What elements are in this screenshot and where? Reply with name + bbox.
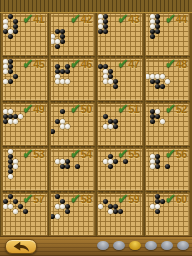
puzzle-tile-45[interactable]: ✔45 [2,58,48,101]
stone-white [98,24,103,29]
checkmark-icon: ✔ [23,58,34,71]
puzzle-number: 54 [81,148,92,160]
puzzle-number: 45 [33,58,44,70]
checkmark-icon: ✔ [23,193,34,206]
checkmark-icon: ✔ [23,13,34,26]
stone-black [23,209,28,214]
stone-black [60,29,65,34]
stone-black [55,64,60,69]
puzzle-number: 57 [33,193,44,205]
stone-white [8,29,13,34]
stone-white [108,159,113,164]
checkmark-icon: ✔ [23,103,34,116]
stone-black [3,29,8,34]
stone-white [98,204,103,209]
back-arrow-icon [12,241,30,252]
stone-white [108,209,113,214]
stone-black [108,204,113,209]
stone-white [98,14,103,19]
puzzle-number: 42 [81,13,92,25]
stone-black [8,194,13,199]
stone-black [3,199,8,204]
stone-white [160,119,165,124]
puzzle-number: 51 [128,103,139,115]
stone-white [65,124,70,129]
checkmark-icon: ✔ [165,193,176,206]
stone-black [155,19,160,24]
stone-white [13,119,18,124]
stone-black [160,84,165,89]
checkmark-icon: ✔ [70,58,81,71]
puzzle-number: 47 [128,58,139,70]
stone-black [113,79,118,84]
stone-white [3,19,8,24]
stone-white [13,209,18,214]
checkmark-icon: ✔ [165,103,176,116]
stone-black [3,114,8,119]
puzzle-tile-51[interactable]: ✔51 [97,103,143,146]
stone-black [108,69,113,74]
stone-black [155,14,160,19]
stone-black [155,154,160,159]
stone-white [3,69,8,74]
stone-black [3,119,8,124]
puzzle-number: 48 [176,58,187,70]
stone-white [150,154,155,159]
checkmark-icon: ✔ [165,58,176,71]
stone-white [60,119,65,124]
stone-black [98,29,103,34]
page-dot-3[interactable] [129,241,141,250]
stone-white [150,159,155,164]
stone-white [3,64,8,69]
puzzle-tile-54[interactable]: ✔54 [50,148,96,191]
stone-white [50,34,55,39]
page-dot-6[interactable] [177,241,189,250]
stone-black [8,69,13,74]
stone-black [13,24,18,29]
stone-white [3,79,8,84]
puzzle-tile-58[interactable]: ✔58 [50,193,96,236]
stone-black [8,34,13,39]
stone-black [55,194,60,199]
checkmark-icon: ✔ [118,148,129,161]
stone-black [108,164,113,169]
stone-black [113,84,118,89]
stone-white [8,119,13,124]
stone-white [3,204,8,209]
puzzle-number: 56 [176,148,187,160]
stone-white [103,69,108,74]
stone-black [103,114,108,119]
stone-white [98,19,103,24]
stone-black [150,34,155,39]
stone-black [60,109,65,114]
stone-black [165,164,170,169]
checkmark-icon: ✔ [70,148,81,161]
stone-black [8,164,13,169]
stone-black [155,164,160,169]
stone-black [155,114,160,119]
puzzle-tile-56[interactable]: ✔56 [145,148,191,191]
page-dot-5[interactable] [161,241,173,250]
stone-black [118,209,123,214]
stone-white [13,159,18,164]
puzzle-number: 43 [128,13,139,25]
stone-black [113,124,118,129]
puzzle-tile-53[interactable]: ✔53 [2,148,48,191]
stone-black [8,159,13,164]
stone-black [113,119,118,124]
stone-black [150,119,155,124]
stone-white [103,74,108,79]
puzzle-tile-46[interactable]: ✔46 [50,58,96,101]
stone-black [103,24,108,29]
stone-black [8,169,13,174]
puzzle-tile-43[interactable]: ✔43 [97,13,143,56]
checkmark-icon: ✔ [70,193,81,206]
stone-white [103,124,108,129]
puzzle-tile-59[interactable]: ✔59 [97,193,143,236]
puzzle-tile-49[interactable]: ✔49 [2,103,48,146]
stone-white [8,149,13,154]
stone-white [8,174,13,179]
puzzle-number: 55 [128,148,139,160]
stone-white [155,204,160,209]
puzzle-tile-48[interactable]: ✔48 [145,58,191,101]
puzzle-number: 44 [176,13,187,25]
stone-white [3,59,8,64]
stone-black [108,119,113,124]
stone-black [75,164,80,169]
stone-white [8,204,13,209]
stone-black [155,209,160,214]
checkmark-icon: ✔ [23,148,34,161]
stone-black [155,159,160,164]
checkmark-icon: ✔ [118,193,129,206]
stone-white [150,164,155,169]
checkmark-icon: ✔ [118,58,129,71]
puzzle-tile-57[interactable]: ✔57 [2,193,48,236]
stone-black [8,64,13,69]
stone-black [13,114,18,119]
bottom-toolbar [0,236,192,256]
stone-white [60,159,65,164]
back-button[interactable] [5,239,37,254]
puzzle-number: 59 [128,193,139,205]
stone-white [3,109,8,114]
stone-white [13,164,18,169]
stone-black [103,29,108,34]
puzzle-number: 52 [176,103,187,115]
stone-black [8,154,13,159]
stone-white [60,204,65,209]
stone-black [8,79,13,84]
page-dot-1[interactable] [97,241,109,250]
checkmark-icon: ✔ [165,13,176,26]
puzzle-tile-50[interactable]: ✔50 [50,103,96,146]
stone-black [13,199,18,204]
stone-black [155,29,160,34]
stone-black [103,199,108,204]
stone-black [155,24,160,29]
stone-black [108,74,113,79]
puzzle-tile-42[interactable]: ✔42 [50,13,96,56]
puzzle-tile-55[interactable]: ✔55 [97,148,143,191]
stone-white [55,214,60,219]
wood-frame-top [0,0,192,13]
stone-white [160,74,165,79]
stone-black [103,64,108,69]
stone-black [13,19,18,24]
stone-white [103,79,108,84]
stone-black [8,59,13,64]
puzzle-tile-52[interactable]: ✔52 [145,103,191,146]
stone-black [65,164,70,169]
checkmark-icon: ✔ [70,13,81,26]
page-indicator [97,241,189,250]
puzzle-number: 53 [33,148,44,160]
puzzle-number: 46 [81,58,92,70]
stone-white [65,79,70,84]
page-dot-4[interactable] [145,241,157,250]
stone-black [13,29,18,34]
stone-black [60,34,65,39]
puzzle-grid: ✔41✔42✔43✔44✔45✔46✔47✔48✔49✔50✔51✔52✔53✔… [0,13,192,236]
stone-white [150,24,155,29]
stone-white [8,109,13,114]
stone-black [8,114,13,119]
stone-black [13,74,18,79]
stone-black [155,194,160,199]
stone-black [8,14,13,19]
stone-white [150,14,155,19]
stone-black [113,209,118,214]
puzzle-tile-41[interactable]: ✔41 [2,13,48,56]
app-screen: ✔41✔42✔43✔44✔45✔46✔47✔48✔49✔50✔51✔52✔53✔… [0,0,192,256]
stone-black [103,19,108,24]
stone-white [150,19,155,24]
checkmark-icon: ✔ [118,103,129,116]
page-dot-2[interactable] [113,241,125,250]
stone-white [108,124,113,129]
stone-black [50,129,55,134]
puzzle-number: 60 [176,193,187,205]
puzzle-number: 58 [81,193,92,205]
stone-black [103,14,108,19]
checkmark-icon: ✔ [165,148,176,161]
stone-white [103,159,108,164]
stone-black [60,199,65,204]
checkmark-icon: ✔ [70,103,81,116]
puzzle-tile-47[interactable]: ✔47 [97,58,143,101]
puzzle-tile-44[interactable]: ✔44 [145,13,191,56]
stone-white [55,39,60,44]
puzzle-number: 50 [81,103,92,115]
stone-black [60,39,65,44]
puzzle-number: 41 [33,13,44,25]
stone-black [108,154,113,159]
stone-white [165,79,170,84]
stone-white [3,24,8,29]
stone-white [55,74,60,79]
stone-black [98,64,103,69]
puzzle-tile-60[interactable]: ✔60 [145,193,191,236]
stone-black [55,44,60,49]
stone-white [108,79,113,84]
stone-black [65,209,70,214]
stone-white [155,109,160,114]
checkmark-icon: ✔ [118,13,129,26]
stone-black [155,79,160,84]
puzzle-number: 49 [33,103,44,115]
